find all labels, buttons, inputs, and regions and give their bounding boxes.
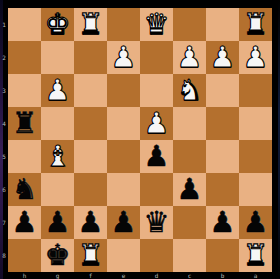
file-label-e: e	[107, 272, 140, 279]
square-g8[interactable]: ♚	[41, 239, 74, 272]
rank-label-1: 1	[0, 8, 8, 41]
square-f4[interactable]	[74, 107, 107, 140]
square-d4[interactable]: ♟	[140, 107, 173, 140]
square-g3[interactable]: ♟	[41, 74, 74, 107]
square-e5[interactable]	[107, 140, 140, 173]
square-d5[interactable]: ♟	[140, 140, 173, 173]
rank-label-2: 2	[0, 41, 8, 74]
square-c6[interactable]: ♟	[173, 173, 206, 206]
file-label-h: h	[8, 272, 41, 279]
square-e4[interactable]	[107, 107, 140, 140]
white-queen[interactable]: ♛	[144, 8, 170, 41]
square-f3[interactable]	[74, 74, 107, 107]
rank-coordinates: 12345678	[0, 8, 8, 272]
square-g1[interactable]: ♚	[41, 8, 74, 41]
rank-label-6: 6	[0, 173, 8, 206]
white-pawn[interactable]: ♟	[45, 74, 71, 107]
square-b1[interactable]	[206, 8, 239, 41]
square-b8[interactable]	[206, 239, 239, 272]
white-rook[interactable]: ♜	[243, 239, 269, 272]
square-d1[interactable]: ♛	[140, 8, 173, 41]
square-a7[interactable]: ♟	[239, 206, 272, 239]
square-f8[interactable]: ♜	[74, 239, 107, 272]
black-pawn[interactable]: ♟	[12, 206, 38, 239]
file-label-a: a	[239, 272, 272, 279]
square-a2[interactable]: ♟	[239, 41, 272, 74]
square-c3[interactable]: ♞	[173, 74, 206, 107]
square-c8[interactable]	[173, 239, 206, 272]
square-g2[interactable]	[41, 41, 74, 74]
file-label-g: g	[41, 272, 74, 279]
square-f7[interactable]: ♟	[74, 206, 107, 239]
square-a4[interactable]	[239, 107, 272, 140]
black-pawn[interactable]: ♟	[45, 206, 71, 239]
black-pawn[interactable]: ♟	[177, 173, 203, 206]
black-knight[interactable]: ♞	[12, 173, 38, 206]
square-f1[interactable]: ♜	[74, 8, 107, 41]
square-c5[interactable]	[173, 140, 206, 173]
white-rook[interactable]: ♜	[78, 239, 104, 272]
square-a5[interactable]	[239, 140, 272, 173]
file-coordinates: hgfedcba	[8, 272, 272, 279]
square-d7[interactable]: ♛	[140, 206, 173, 239]
square-a3[interactable]	[239, 74, 272, 107]
file-label-d: d	[140, 272, 173, 279]
chess-board: ♚♜♛♜♟♟♟♟♟♞♜♟♝♟♞♟♟♟♟♟♛♟♟♚♜♜	[8, 8, 272, 272]
square-g6[interactable]	[41, 173, 74, 206]
rank-label-5: 5	[0, 140, 8, 173]
square-f6[interactable]	[74, 173, 107, 206]
square-c2[interactable]: ♟	[173, 41, 206, 74]
white-rook[interactable]: ♜	[78, 8, 104, 41]
square-c1[interactable]	[173, 8, 206, 41]
rank-label-4: 4	[0, 107, 8, 140]
square-c7[interactable]	[173, 206, 206, 239]
square-a1[interactable]: ♜	[239, 8, 272, 41]
square-a8[interactable]: ♜	[239, 239, 272, 272]
rank-label-8: 8	[0, 239, 8, 272]
square-f5[interactable]	[74, 140, 107, 173]
black-pawn[interactable]: ♟	[111, 206, 137, 239]
square-h8[interactable]	[8, 239, 41, 272]
white-bishop[interactable]: ♝	[45, 140, 71, 173]
file-label-c: c	[173, 272, 206, 279]
white-pawn[interactable]: ♟	[243, 41, 269, 74]
square-b3[interactable]	[206, 74, 239, 107]
square-d8[interactable]	[140, 239, 173, 272]
square-e3[interactable]	[107, 74, 140, 107]
square-h3[interactable]	[8, 74, 41, 107]
black-pawn[interactable]: ♟	[144, 140, 170, 173]
square-h6[interactable]: ♞	[8, 173, 41, 206]
square-h4[interactable]: ♜	[8, 107, 41, 140]
square-e2[interactable]: ♟	[107, 41, 140, 74]
square-b4[interactable]	[206, 107, 239, 140]
black-rook[interactable]: ♜	[12, 107, 38, 140]
square-b6[interactable]	[206, 173, 239, 206]
black-pawn[interactable]: ♟	[243, 206, 269, 239]
rank-label-3: 3	[0, 74, 8, 107]
square-e6[interactable]	[107, 173, 140, 206]
white-knight[interactable]: ♞	[177, 74, 203, 107]
square-h7[interactable]: ♟	[8, 206, 41, 239]
square-g7[interactable]: ♟	[41, 206, 74, 239]
square-e8[interactable]	[107, 239, 140, 272]
square-e1[interactable]	[107, 8, 140, 41]
square-f2[interactable]	[74, 41, 107, 74]
white-pawn[interactable]: ♟	[210, 41, 236, 74]
white-pawn[interactable]: ♟	[144, 107, 170, 140]
white-rook[interactable]: ♜	[243, 8, 269, 41]
square-b2[interactable]: ♟	[206, 41, 239, 74]
square-c4[interactable]	[173, 107, 206, 140]
square-h1[interactable]	[8, 8, 41, 41]
desktop-background-edge-right	[278, 0, 280, 279]
square-b7[interactable]: ♟	[206, 206, 239, 239]
black-pawn[interactable]: ♟	[78, 206, 104, 239]
black-king[interactable]: ♚	[45, 239, 71, 272]
black-queen[interactable]: ♛	[144, 206, 170, 239]
square-d6[interactable]	[140, 173, 173, 206]
square-h2[interactable]	[8, 41, 41, 74]
black-pawn[interactable]: ♟	[210, 206, 236, 239]
file-label-b: b	[206, 272, 239, 279]
rank-label-7: 7	[0, 206, 8, 239]
square-e7[interactable]: ♟	[107, 206, 140, 239]
square-g5[interactable]: ♝	[41, 140, 74, 173]
white-king[interactable]: ♚	[45, 8, 71, 41]
white-pawn[interactable]: ♟	[177, 41, 203, 74]
square-g4[interactable]	[41, 107, 74, 140]
white-pawn[interactable]: ♟	[111, 41, 137, 74]
square-b5[interactable]	[206, 140, 239, 173]
file-label-f: f	[74, 272, 107, 279]
square-h5[interactable]	[8, 140, 41, 173]
square-d2[interactable]	[140, 41, 173, 74]
square-a6[interactable]	[239, 173, 272, 206]
square-d3[interactable]	[140, 74, 173, 107]
